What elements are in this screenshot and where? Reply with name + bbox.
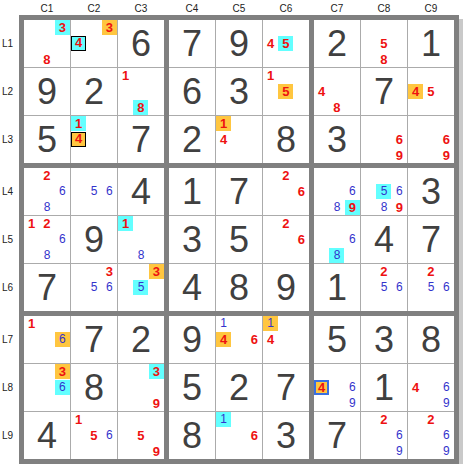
candidate-6[interactable]: 6	[392, 428, 407, 443]
candidate-3[interactable]: 3	[149, 264, 164, 279]
cell-L4C7[interactable]: 689	[314, 168, 360, 215]
cell-L1C2[interactable]: 34	[71, 20, 117, 67]
cell-L1C4[interactable]: 7	[169, 20, 215, 67]
candidate-3[interactable]: 3	[55, 20, 70, 35]
candidate-slot: 5	[133, 428, 148, 444]
candidate-slot	[231, 428, 246, 444]
cell-L6C3[interactable]: 35	[118, 264, 164, 311]
cell-value: 4	[169, 264, 215, 311]
candidate-slot	[392, 36, 407, 52]
cell-value: 2	[314, 20, 360, 67]
candidate-slot	[149, 68, 164, 84]
cell-L8C5[interactable]: 2	[216, 364, 262, 411]
candidate-slot	[408, 99, 423, 115]
candidate-4[interactable]: 4	[408, 84, 423, 99]
candidate-slot	[361, 264, 376, 280]
cell-L7C1[interactable]: 16	[24, 316, 70, 363]
row-label-L1: L1	[1, 20, 19, 67]
cell-L9C3[interactable]: 59	[118, 412, 164, 459]
cell-L5C9[interactable]: 7	[408, 216, 454, 263]
candidate-6[interactable]: 6	[102, 428, 117, 443]
cell-L7C3[interactable]: 2	[118, 316, 164, 363]
cell-L4C4[interactable]: 1	[169, 168, 215, 215]
candidate-slot	[24, 184, 39, 200]
cell-value: 3	[169, 216, 215, 263]
candidate-1[interactable]: 1	[24, 316, 39, 331]
cell-L8C4[interactable]: 5	[169, 364, 215, 411]
cell-L7C8[interactable]: 3	[361, 316, 407, 363]
candidate-slot	[408, 395, 423, 411]
cell-L4C1[interactable]: 268	[24, 168, 70, 215]
cell-L7C7[interactable]: 5	[314, 316, 360, 363]
candidate-slot	[24, 51, 39, 67]
candidate-5[interactable]: 5	[133, 280, 148, 295]
candidate-slot	[392, 412, 407, 428]
candidate-3[interactable]: 3	[149, 364, 164, 379]
candidate-9[interactable]: 9	[392, 444, 407, 459]
candidate-slot: 6	[102, 184, 117, 200]
cell-L4C2[interactable]: 56	[71, 168, 117, 215]
candidate-5[interactable]: 5	[86, 280, 101, 295]
candidate-6[interactable]: 6	[102, 280, 117, 295]
cell-L7C2[interactable]: 7	[71, 316, 117, 363]
candidate-slot: 6	[439, 280, 454, 296]
candidate-4[interactable]: 4	[263, 36, 278, 51]
candidate-slot	[439, 264, 454, 280]
cell-L3C4[interactable]: 2	[169, 116, 215, 163]
candidate-8[interactable]: 8	[376, 200, 391, 215]
candidate-slot	[345, 247, 360, 263]
candidate-8[interactable]: 8	[39, 248, 54, 263]
candidate-8[interactable]: 8	[376, 52, 391, 67]
candidate-slot	[216, 147, 231, 163]
cell-L1C8[interactable]: 58	[361, 20, 407, 67]
candidate-6[interactable]: 6	[294, 232, 309, 247]
candidate-5[interactable]: 5	[133, 428, 148, 443]
col-label-C1: C1	[24, 2, 70, 15]
row-label-L6: L6	[1, 264, 19, 311]
candidate-slot	[118, 232, 133, 248]
row-label-L9: L9	[1, 412, 19, 459]
candidate-slot	[278, 347, 293, 363]
cell-L2C6[interactable]: 15	[263, 68, 309, 115]
candidate-slot	[329, 184, 344, 200]
candidate-slot: 1	[24, 216, 39, 232]
candidate-slot	[314, 364, 329, 380]
cell-L6C5[interactable]: 8	[216, 264, 262, 311]
cell-L7C9[interactable]: 8	[408, 316, 454, 363]
candidate-1[interactable]: 1	[71, 412, 86, 427]
candidate-slot: 3	[149, 264, 164, 280]
candidate-slot: 2	[39, 168, 54, 184]
cell-L8C3[interactable]: 39	[118, 364, 164, 411]
candidate-slot	[263, 216, 278, 232]
candidate-1[interactable]: 1	[71, 116, 86, 131]
candidate-slot	[278, 199, 293, 215]
candidate-1[interactable]: 1	[263, 68, 278, 83]
candidate-6[interactable]: 6	[345, 232, 360, 247]
cell-L8C8[interactable]: 1	[361, 364, 407, 411]
candidate-grid: 38	[24, 20, 70, 67]
cell-L3C8[interactable]: 69	[361, 116, 407, 163]
cell-L2C3[interactable]: 18	[118, 68, 164, 115]
candidate-slot	[86, 443, 101, 459]
candidate-slot	[408, 116, 423, 132]
cell-L4C3[interactable]: 4	[118, 168, 164, 215]
candidate-6[interactable]: 6	[392, 132, 407, 147]
box-9: 53846914697269269	[314, 316, 454, 459]
candidate-5[interactable]: 5	[86, 428, 101, 443]
candidate-grid: 5689	[361, 168, 407, 215]
cell-L9C7[interactable]: 7	[314, 412, 360, 459]
candidate-slot: 4	[216, 132, 231, 148]
candidate-slot: 2	[423, 412, 438, 428]
candidate-slot	[86, 199, 101, 215]
candidate-8[interactable]: 8	[133, 248, 148, 263]
candidate-slot	[247, 132, 262, 148]
cell-L2C9[interactable]: 45	[408, 68, 454, 115]
candidate-slot	[24, 232, 39, 248]
candidate-slot	[278, 332, 293, 348]
candidate-6[interactable]: 6	[439, 132, 454, 147]
candidate-4[interactable]: 4	[263, 332, 278, 347]
candidate-4[interactable]: 4	[71, 132, 86, 147]
candidate-4[interactable]: 4	[216, 332, 231, 347]
candidate-9[interactable]: 9	[345, 200, 360, 215]
cell-L7C6[interactable]: 14	[263, 316, 309, 363]
candidate-6[interactable]: 6	[55, 332, 70, 347]
candidate-slot	[24, 332, 39, 348]
candidate-2[interactable]: 2	[278, 168, 293, 183]
candidate-8[interactable]: 8	[39, 200, 54, 215]
candidate-6[interactable]: 6	[439, 280, 454, 295]
row-label-L8: L8	[1, 364, 19, 411]
candidate-6[interactable]: 6	[55, 380, 70, 395]
cell-L1C7[interactable]: 2	[314, 20, 360, 67]
cell-L8C1[interactable]: 36	[24, 364, 70, 411]
candidate-slot: 6	[55, 332, 70, 348]
candidate-9[interactable]: 9	[439, 148, 454, 163]
candidate-slot	[24, 36, 39, 52]
cell-L3C5[interactable]: 14	[216, 116, 262, 163]
cell-L6C2[interactable]: 356	[71, 264, 117, 311]
cell-L3C9[interactable]: 69	[408, 116, 454, 163]
candidate-slot	[314, 232, 329, 248]
candidate-slot	[149, 280, 164, 296]
cell-L9C2[interactable]: 156	[71, 412, 117, 459]
cell-L5C7[interactable]: 68	[314, 216, 360, 263]
candidate-slot	[314, 247, 329, 263]
candidate-1[interactable]: 1	[216, 316, 231, 331]
cell-L4C6[interactable]: 26	[263, 168, 309, 215]
candidate-9[interactable]: 9	[439, 444, 454, 459]
cell-L2C5[interactable]: 3	[216, 68, 262, 115]
candidate-slot	[247, 412, 262, 428]
candidate-4[interactable]: 4	[314, 380, 329, 395]
cell-value: 9	[216, 20, 262, 67]
candidate-1[interactable]: 1	[118, 216, 133, 231]
cell-value: 7	[361, 68, 407, 115]
candidate-5[interactable]: 5	[423, 280, 438, 295]
candidate-3[interactable]: 3	[55, 364, 70, 379]
cell-value: 1	[361, 364, 407, 411]
cell-L1C9[interactable]: 1	[408, 20, 454, 67]
candidate-slot	[392, 20, 407, 36]
candidate-slot: 6	[345, 184, 360, 200]
candidate-9[interactable]: 9	[392, 148, 407, 163]
candidate-6[interactable]: 6	[247, 332, 262, 347]
cell-L3C3[interactable]: 7	[118, 116, 164, 163]
cell-value: 3	[408, 168, 454, 215]
candidate-6[interactable]: 6	[392, 280, 407, 295]
candidate-grid: 14	[216, 116, 262, 163]
cell-L1C1[interactable]: 38	[24, 20, 70, 67]
candidate-6[interactable]: 6	[102, 184, 117, 199]
candidate-slot	[39, 316, 54, 332]
candidate-6[interactable]: 6	[345, 380, 360, 395]
candidate-grid: 256	[361, 264, 407, 311]
candidate-slot	[149, 412, 164, 428]
sudoku-app: C1C2C3C4C5C6C7C8C9 L1L2L3L4L5L6L7L8L9 38…	[1, 1, 459, 464]
cell-L2C7[interactable]: 48	[314, 68, 360, 115]
candidate-slot	[263, 232, 278, 248]
candidate-2[interactable]: 2	[376, 264, 391, 279]
cell-L9C6[interactable]: 3	[263, 412, 309, 459]
col-label-C9: C9	[408, 2, 454, 15]
candidate-slot	[329, 380, 344, 396]
candidate-slot: 8	[329, 247, 344, 263]
candidate-2[interactable]: 2	[278, 216, 293, 231]
cell-value: 7	[314, 412, 360, 459]
cell-value: 9	[24, 68, 70, 115]
candidate-slot	[439, 99, 454, 115]
cell-L9C8[interactable]: 269	[361, 412, 407, 459]
candidate-grid: 1268	[24, 216, 70, 263]
candidate-2[interactable]: 2	[423, 264, 438, 279]
candidate-1[interactable]: 1	[216, 412, 231, 427]
candidate-4[interactable]: 4	[314, 84, 329, 99]
cell-L1C3[interactable]: 6	[118, 20, 164, 67]
candidate-8[interactable]: 8	[329, 248, 344, 263]
cell-L3C6[interactable]: 8	[263, 116, 309, 163]
cell-L2C4[interactable]: 6	[169, 68, 215, 115]
cell-L1C6[interactable]: 45	[263, 20, 309, 67]
cell-value: 8	[408, 316, 454, 363]
candidate-9[interactable]: 9	[345, 396, 360, 411]
candidate-slot: 6	[55, 184, 70, 200]
candidate-slot: 2	[376, 412, 391, 428]
cell-value: 5	[24, 116, 70, 163]
cell-L2C8[interactable]: 7	[361, 68, 407, 115]
candidate-5[interactable]: 5	[376, 36, 391, 51]
candidate-slot	[314, 68, 329, 84]
candidate-9[interactable]: 9	[149, 396, 164, 411]
candidate-4[interactable]: 4	[216, 132, 231, 147]
cell-L6C1[interactable]: 7	[24, 264, 70, 311]
candidate-1[interactable]: 1	[118, 68, 133, 83]
candidate-3[interactable]: 3	[102, 20, 117, 35]
cell-L4C9[interactable]: 3	[408, 168, 454, 215]
cell-L4C5[interactable]: 7	[216, 168, 262, 215]
candidate-grid: 26	[263, 216, 309, 263]
cell-L3C1[interactable]: 5	[24, 116, 70, 163]
cell-L5C2[interactable]: 9	[71, 216, 117, 263]
candidate-slot	[423, 428, 438, 444]
candidate-slot	[247, 347, 262, 363]
cell-L9C5[interactable]: 16	[216, 412, 262, 459]
cell-L8C7[interactable]: 469	[314, 364, 360, 411]
candidate-6[interactable]: 6	[345, 184, 360, 199]
candidate-slot	[149, 428, 164, 444]
candidate-slot: 6	[439, 380, 454, 396]
col-label-group: C7C8C9	[314, 2, 454, 15]
candidate-1[interactable]: 1	[216, 116, 231, 131]
cell-value: 3	[314, 116, 360, 163]
candidate-4[interactable]: 4	[408, 380, 423, 395]
candidate-5[interactable]: 5	[423, 84, 438, 99]
candidate-6[interactable]: 6	[439, 380, 454, 395]
candidate-2[interactable]: 2	[39, 168, 54, 183]
candidate-slot: 6	[102, 428, 117, 444]
candidate-5[interactable]: 5	[278, 36, 293, 51]
cell-L6C9[interactable]: 256	[408, 264, 454, 311]
cell-L2C1[interactable]: 9	[24, 68, 70, 115]
candidate-grid: 58	[361, 20, 407, 67]
candidate-2[interactable]: 2	[376, 412, 391, 427]
candidate-slot	[329, 168, 344, 184]
candidate-slot	[423, 147, 438, 163]
candidate-grid: 59	[118, 412, 164, 459]
candidate-slot	[294, 168, 309, 184]
cell-L2C2[interactable]: 2	[71, 68, 117, 115]
candidate-3[interactable]: 3	[102, 264, 117, 279]
candidate-9[interactable]: 9	[392, 200, 407, 215]
candidate-6[interactable]: 6	[392, 184, 407, 199]
cell-L8C6[interactable]: 7	[263, 364, 309, 411]
cell-L5C6[interactable]: 26	[263, 216, 309, 263]
cell-L8C2[interactable]: 8	[71, 364, 117, 411]
candidate-slot	[24, 168, 39, 184]
candidate-6[interactable]: 6	[55, 232, 70, 247]
cell-L6C8[interactable]: 256	[361, 264, 407, 311]
candidate-slot: 1	[71, 412, 86, 428]
candidate-slot	[231, 132, 246, 148]
cell-value: 8	[169, 412, 215, 459]
cell-value: 2	[71, 68, 117, 115]
cell-value: 2	[169, 116, 215, 163]
candidate-6[interactable]: 6	[294, 184, 309, 199]
box-6: 6895689368471256256	[314, 168, 454, 311]
candidate-slot	[71, 443, 86, 459]
candidate-slot: 4	[263, 332, 278, 348]
cell-value: 3	[361, 316, 407, 363]
candidate-8[interactable]: 8	[329, 200, 344, 215]
candidate-slot	[294, 68, 309, 84]
cell-L7C5[interactable]: 146	[216, 316, 262, 363]
candidate-6[interactable]: 6	[439, 428, 454, 443]
candidate-5[interactable]: 5	[376, 184, 391, 199]
cell-L7C4[interactable]: 9	[169, 316, 215, 363]
candidate-6[interactable]: 6	[55, 184, 70, 199]
cell-L9C9[interactable]: 269	[408, 412, 454, 459]
candidate-slot	[216, 443, 231, 459]
candidate-slot	[392, 116, 407, 132]
cell-L3C7[interactable]: 3	[314, 116, 360, 163]
cell-L9C1[interactable]: 4	[24, 412, 70, 459]
candidate-slot	[408, 412, 423, 428]
candidate-grid: 18	[118, 68, 164, 115]
candidate-slot	[376, 168, 391, 184]
cell-L5C4[interactable]: 3	[169, 216, 215, 263]
candidate-8[interactable]: 8	[39, 52, 54, 67]
candidate-8[interactable]: 8	[133, 100, 148, 115]
candidate-6[interactable]: 6	[247, 428, 262, 443]
candidate-9[interactable]: 9	[439, 396, 454, 411]
col-label-C3: C3	[118, 2, 164, 15]
candidate-slot	[439, 364, 454, 380]
cell-L5C1[interactable]: 1268	[24, 216, 70, 263]
cell-L5C5[interactable]: 5	[216, 216, 262, 263]
candidate-slot	[149, 216, 164, 232]
candidate-slot	[439, 116, 454, 132]
candidate-slot	[361, 443, 376, 459]
cell-L3C2[interactable]: 14	[71, 116, 117, 163]
candidate-9[interactable]: 9	[149, 444, 164, 459]
candidate-slot	[55, 168, 70, 184]
candidate-2[interactable]: 2	[423, 412, 438, 427]
cell-L4C8[interactable]: 5689	[361, 168, 407, 215]
candidate-slot	[86, 412, 101, 428]
candidate-5[interactable]: 5	[376, 280, 391, 295]
row-label-group: L1L2L3	[1, 20, 19, 163]
candidate-slot	[149, 380, 164, 396]
cell-value: 7	[24, 264, 70, 311]
candidate-slot	[263, 247, 278, 263]
candidate-1[interactable]: 1	[24, 216, 39, 231]
candidate-slot	[55, 347, 70, 363]
cell-L5C8[interactable]: 4	[361, 216, 407, 263]
candidate-1[interactable]: 1	[263, 316, 278, 331]
candidate-slot	[102, 36, 117, 52]
cell-L6C4[interactable]: 4	[169, 264, 215, 311]
cell-value: 4	[361, 216, 407, 263]
cell-L6C7[interactable]: 1	[314, 264, 360, 311]
cell-L8C9[interactable]: 469	[408, 364, 454, 411]
candidate-2[interactable]: 2	[39, 216, 54, 231]
candidate-slot: 3	[55, 364, 70, 380]
candidate-slot	[102, 147, 117, 163]
candidate-slot	[118, 247, 133, 263]
candidate-slot	[86, 168, 101, 184]
cell-L1C5[interactable]: 9	[216, 20, 262, 67]
cell-L6C6[interactable]: 9	[263, 264, 309, 311]
cell-value: 7	[118, 116, 164, 163]
candidate-8[interactable]: 8	[329, 100, 344, 115]
cell-L9C4[interactable]: 8	[169, 412, 215, 459]
candidate-grid: 36	[24, 364, 70, 411]
candidate-slot: 9	[149, 443, 164, 459]
candidate-slot	[118, 443, 133, 459]
cell-value: 1	[408, 20, 454, 67]
cell-L5C3[interactable]: 18	[118, 216, 164, 263]
candidate-5[interactable]: 5	[86, 184, 101, 199]
candidate-slot	[55, 199, 70, 215]
candidate-slot	[329, 84, 344, 100]
candidate-slot	[361, 116, 376, 132]
candidate-5[interactable]: 5	[278, 84, 293, 99]
candidate-4[interactable]: 4	[71, 36, 86, 51]
candidate-slot: 1	[216, 116, 231, 132]
